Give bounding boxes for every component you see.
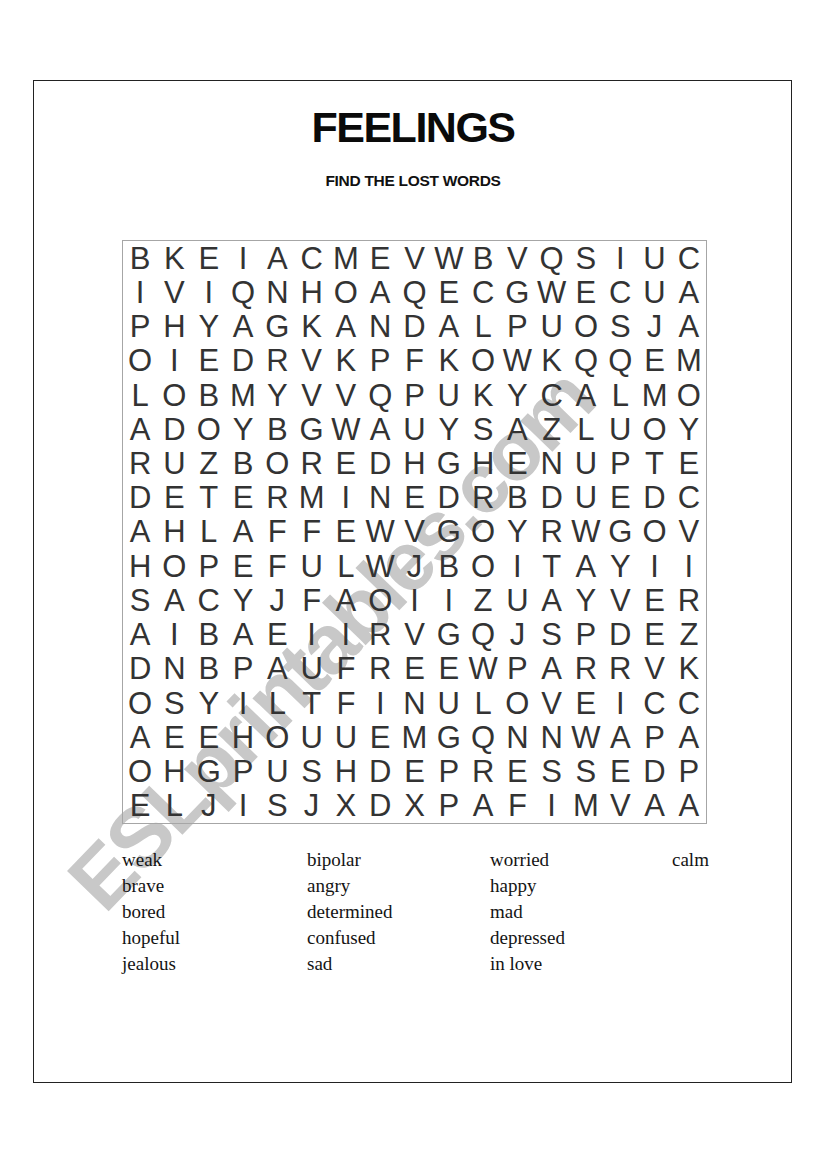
- grid-cell-r3c8: N: [363, 309, 397, 343]
- word-item-sad: sad: [307, 951, 392, 977]
- grid-cell-r16c1: O: [123, 755, 157, 789]
- grid-cell-r8c17: C: [672, 481, 706, 515]
- grid-cell-r10c11: O: [466, 549, 500, 583]
- grid-cell-r2c11: C: [466, 275, 500, 309]
- grid-cell-r15c16: P: [637, 720, 671, 754]
- grid-cell-r14c8: I: [363, 686, 397, 720]
- grid-cell-r17c5: S: [260, 789, 294, 823]
- grid-cell-r12c2: I: [157, 618, 191, 652]
- grid-cell-r17c10: P: [432, 789, 466, 823]
- grid-cell-r13c13: A: [535, 652, 569, 686]
- grid-cell-r16c4: P: [226, 755, 260, 789]
- grid-cell-r1c11: B: [466, 241, 500, 275]
- word-item-happy: happy: [490, 873, 565, 899]
- grid-cell-r17c2: L: [157, 789, 191, 823]
- grid-cell-r3c9: D: [397, 309, 431, 343]
- grid-cell-r4c12: W: [500, 344, 534, 378]
- word-item-bipolar: bipolar: [307, 847, 392, 873]
- word-item-confused: confused: [307, 925, 392, 951]
- grid-cell-r4c15: Q: [603, 344, 637, 378]
- grid-cell-r5c10: U: [432, 378, 466, 412]
- grid-cell-r5c17: O: [672, 378, 706, 412]
- grid-cell-r14c13: V: [535, 686, 569, 720]
- grid-cell-r3c7: A: [329, 309, 363, 343]
- grid-cell-r15c1: A: [123, 720, 157, 754]
- grid-cell-r9c10: G: [432, 515, 466, 549]
- grid-cell-r3c12: P: [500, 309, 534, 343]
- word-list-column-4: calm: [672, 847, 709, 873]
- grid-cell-r6c12: A: [500, 412, 534, 446]
- grid-cell-r6c13: Z: [535, 412, 569, 446]
- grid-cell-r3c4: A: [226, 309, 260, 343]
- grid-cell-r12c3: B: [192, 618, 226, 652]
- grid-cell-r9c16: O: [637, 515, 671, 549]
- grid-cell-r7c7: E: [329, 446, 363, 480]
- grid-cell-r6c3: O: [192, 412, 226, 446]
- grid-cell-r2c14: E: [569, 275, 603, 309]
- grid-cell-r9c15: G: [603, 515, 637, 549]
- grid-cell-r17c6: J: [294, 789, 328, 823]
- grid-cell-r2c8: A: [363, 275, 397, 309]
- grid-cell-r13c10: E: [432, 652, 466, 686]
- grid-cell-r11c14: Y: [569, 583, 603, 617]
- grid-cell-r10c4: E: [226, 549, 260, 583]
- grid-cell-r14c12: O: [500, 686, 534, 720]
- grid-cell-r9c9: V: [397, 515, 431, 549]
- grid-cell-r12c8: R: [363, 618, 397, 652]
- grid-cell-r17c1: E: [123, 789, 157, 823]
- grid-cell-r4c4: D: [226, 344, 260, 378]
- grid-cell-r10c13: T: [535, 549, 569, 583]
- grid-cell-r1c5: A: [260, 241, 294, 275]
- word-item-calm: calm: [672, 847, 709, 873]
- grid-cell-r3c17: A: [672, 309, 706, 343]
- grid-cell-r12c5: E: [260, 618, 294, 652]
- grid-cell-r2c4: Q: [226, 275, 260, 309]
- grid-cell-r17c8: D: [363, 789, 397, 823]
- puzzle-title: FEELINGS: [0, 103, 826, 152]
- grid-cell-r1c6: C: [294, 241, 328, 275]
- grid-cell-r6c15: U: [603, 412, 637, 446]
- grid-cell-r10c14: A: [569, 549, 603, 583]
- grid-cell-r14c2: S: [157, 686, 191, 720]
- grid-cell-r9c5: F: [260, 515, 294, 549]
- grid-cell-r5c6: V: [294, 378, 328, 412]
- grid-cell-r4c13: K: [535, 344, 569, 378]
- grid-cell-r7c1: R: [123, 446, 157, 480]
- grid-cell-r16c2: H: [157, 755, 191, 789]
- grid-cell-r17c14: M: [569, 789, 603, 823]
- grid-cell-r12c6: I: [294, 618, 328, 652]
- grid-cell-r7c5: O: [260, 446, 294, 480]
- grid-cell-r2c5: N: [260, 275, 294, 309]
- grid-cell-r9c13: R: [535, 515, 569, 549]
- grid-cell-r11c16: E: [637, 583, 671, 617]
- grid-cell-r12c10: G: [432, 618, 466, 652]
- grid-cell-r8c12: B: [500, 481, 534, 515]
- grid-cell-r6c4: Y: [226, 412, 260, 446]
- grid-cell-r5c15: L: [603, 378, 637, 412]
- grid-cell-r11c11: Z: [466, 583, 500, 617]
- grid-cell-r15c13: N: [535, 720, 569, 754]
- grid-cell-r13c5: A: [260, 652, 294, 686]
- grid-cell-r11c17: R: [672, 583, 706, 617]
- grid-cell-r6c5: B: [260, 412, 294, 446]
- grid-cell-r15c14: W: [569, 720, 603, 754]
- grid-cell-r3c1: P: [123, 309, 157, 343]
- grid-cell-r16c7: H: [329, 755, 363, 789]
- grid-cell-r9c7: E: [329, 515, 363, 549]
- grid-cell-r4c8: P: [363, 344, 397, 378]
- grid-cell-r4c9: F: [397, 344, 431, 378]
- grid-cell-r10c9: J: [397, 549, 431, 583]
- grid-cell-r3c5: G: [260, 309, 294, 343]
- grid-cell-r13c15: R: [603, 652, 637, 686]
- grid-cell-r4c7: K: [329, 344, 363, 378]
- grid-cell-r11c8: O: [363, 583, 397, 617]
- grid-cell-r1c3: E: [192, 241, 226, 275]
- grid-cell-r5c4: M: [226, 378, 260, 412]
- grid-cell-r13c3: B: [192, 652, 226, 686]
- grid-cell-r5c3: B: [192, 378, 226, 412]
- grid-cell-r7c17: E: [672, 446, 706, 480]
- grid-cell-r10c7: L: [329, 549, 363, 583]
- grid-cell-r4c17: M: [672, 344, 706, 378]
- grid-cell-r16c3: G: [192, 755, 226, 789]
- grid-cell-r1c14: S: [569, 241, 603, 275]
- grid-cell-r14c10: U: [432, 686, 466, 720]
- grid-cell-r10c17: I: [672, 549, 706, 583]
- grid-cell-r16c17: P: [672, 755, 706, 789]
- grid-cell-r16c16: D: [637, 755, 671, 789]
- grid-cell-r4c14: Q: [569, 344, 603, 378]
- grid-cell-r17c4: I: [226, 789, 260, 823]
- grid-cell-r17c11: A: [466, 789, 500, 823]
- grid-cell-r7c15: P: [603, 446, 637, 480]
- grid-cell-r2c15: C: [603, 275, 637, 309]
- grid-cell-r17c3: J: [192, 789, 226, 823]
- grid-cell-r2c9: Q: [397, 275, 431, 309]
- grid-cell-r8c3: T: [192, 481, 226, 515]
- grid-cell-r11c1: S: [123, 583, 157, 617]
- grid-cell-r13c2: N: [157, 652, 191, 686]
- grid-cell-r13c12: P: [500, 652, 534, 686]
- grid-cell-r13c8: R: [363, 652, 397, 686]
- grid-cell-r6c10: Y: [432, 412, 466, 446]
- grid-cell-r10c1: H: [123, 549, 157, 583]
- grid-cell-r8c5: R: [260, 481, 294, 515]
- worksheet-page: FEELINGS FIND THE LOST WORDS ESLprintabl…: [0, 0, 826, 1169]
- grid-cell-r3c2: H: [157, 309, 191, 343]
- grid-cell-r6c16: O: [637, 412, 671, 446]
- grid-cell-r15c3: E: [192, 720, 226, 754]
- grid-cell-r3c14: O: [569, 309, 603, 343]
- grid-cell-r13c7: F: [329, 652, 363, 686]
- grid-cell-r10c6: U: [294, 549, 328, 583]
- grid-cell-r7c11: H: [466, 446, 500, 480]
- grid-cell-r10c2: O: [157, 549, 191, 583]
- grid-cell-r13c14: R: [569, 652, 603, 686]
- grid-cell-r16c10: P: [432, 755, 466, 789]
- grid-cell-r8c4: E: [226, 481, 260, 515]
- grid-cell-r9c4: A: [226, 515, 260, 549]
- grid-cell-r2c3: I: [192, 275, 226, 309]
- grid-cell-r7c4: B: [226, 446, 260, 480]
- grid-cell-r15c2: E: [157, 720, 191, 754]
- grid-cell-r14c3: Y: [192, 686, 226, 720]
- grid-cell-r6c11: S: [466, 412, 500, 446]
- grid-cell-r16c15: E: [603, 755, 637, 789]
- grid-cell-r10c8: W: [363, 549, 397, 583]
- grid-cell-r13c11: W: [466, 652, 500, 686]
- grid-cell-r2c2: V: [157, 275, 191, 309]
- grid-cell-r7c6: R: [294, 446, 328, 480]
- grid-cell-r8c1: D: [123, 481, 157, 515]
- grid-cell-r9c2: H: [157, 515, 191, 549]
- grid-cell-r4c1: O: [123, 344, 157, 378]
- grid-cell-r3c10: A: [432, 309, 466, 343]
- grid-cell-r6c7: W: [329, 412, 363, 446]
- grid-cell-r11c9: I: [397, 583, 431, 617]
- word-item-jealous: jealous: [122, 951, 180, 977]
- grid-cell-r7c8: D: [363, 446, 397, 480]
- grid-cell-r12c11: Q: [466, 618, 500, 652]
- grid-cell-r1c15: I: [603, 241, 637, 275]
- grid-cell-r12c7: I: [329, 618, 363, 652]
- grid-cell-r1c13: Q: [535, 241, 569, 275]
- grid-cell-r8c6: M: [294, 481, 328, 515]
- grid-cell-r5c12: Y: [500, 378, 534, 412]
- grid-cell-r12c1: A: [123, 618, 157, 652]
- grid-cell-r10c16: I: [637, 549, 671, 583]
- grid-cell-r10c10: B: [432, 549, 466, 583]
- grid-cell-r9c12: Y: [500, 515, 534, 549]
- grid-cell-r12c9: V: [397, 618, 431, 652]
- grid-cell-r8c8: N: [363, 481, 397, 515]
- grid-cell-r12c14: P: [569, 618, 603, 652]
- grid-cell-r2c12: G: [500, 275, 534, 309]
- grid-cell-r14c6: T: [294, 686, 328, 720]
- grid-cell-r7c9: H: [397, 446, 431, 480]
- grid-cell-r11c4: Y: [226, 583, 260, 617]
- grid-cell-r17c15: V: [603, 789, 637, 823]
- grid-cell-r13c9: E: [397, 652, 431, 686]
- word-item-mad: mad: [490, 899, 565, 925]
- grid-cell-r3c13: U: [535, 309, 569, 343]
- grid-cell-r11c5: J: [260, 583, 294, 617]
- grid-cell-r6c2: D: [157, 412, 191, 446]
- grid-cell-r8c16: D: [637, 481, 671, 515]
- grid-cell-r6c1: A: [123, 412, 157, 446]
- grid-cell-r5c13: C: [535, 378, 569, 412]
- grid-cell-r13c6: U: [294, 652, 328, 686]
- grid-cell-r16c14: S: [569, 755, 603, 789]
- grid-cell-r14c1: O: [123, 686, 157, 720]
- grid-cell-r16c13: S: [535, 755, 569, 789]
- word-item-bored: bored: [122, 899, 180, 925]
- grid-cell-r8c13: D: [535, 481, 569, 515]
- grid-cell-r16c11: R: [466, 755, 500, 789]
- grid-cell-r5c5: Y: [260, 378, 294, 412]
- grid-cell-r2c10: E: [432, 275, 466, 309]
- grid-cell-r11c6: F: [294, 583, 328, 617]
- word-item-worried: worried: [490, 847, 565, 873]
- grid-cell-r15c10: G: [432, 720, 466, 754]
- grid-cell-r9c8: W: [363, 515, 397, 549]
- grid-cell-r16c8: D: [363, 755, 397, 789]
- word-list-column-3: worriedhappymaddepressedin love: [490, 847, 565, 977]
- grid-cell-r7c2: U: [157, 446, 191, 480]
- grid-cell-r16c12: E: [500, 755, 534, 789]
- grid-cell-r4c6: V: [294, 344, 328, 378]
- grid-cell-r1c17: C: [672, 241, 706, 275]
- word-item-determined: determined: [307, 899, 392, 925]
- grid-cell-r1c4: I: [226, 241, 260, 275]
- grid-cell-r16c9: E: [397, 755, 431, 789]
- grid-cell-r1c8: E: [363, 241, 397, 275]
- grid-cell-r11c2: A: [157, 583, 191, 617]
- grid-cell-r14c16: C: [637, 686, 671, 720]
- grid-cell-r14c4: I: [226, 686, 260, 720]
- grid-cell-r8c10: D: [432, 481, 466, 515]
- grid-cell-r3c11: L: [466, 309, 500, 343]
- word-search-grid: BKEIACMEVWBVQSIUCIVIQNHOAQECGWECUAPHYAGK…: [122, 240, 707, 824]
- grid-cell-r15c8: E: [363, 720, 397, 754]
- grid-cell-r15c15: A: [603, 720, 637, 754]
- grid-cell-r7c16: T: [637, 446, 671, 480]
- grid-cell-r16c5: U: [260, 755, 294, 789]
- grid-cell-r11c10: I: [432, 583, 466, 617]
- grid-cell-r14c14: E: [569, 686, 603, 720]
- grid-cell-r2c7: O: [329, 275, 363, 309]
- grid-cell-r13c4: P: [226, 652, 260, 686]
- grid-cell-r1c1: B: [123, 241, 157, 275]
- grid-cell-r5c2: O: [157, 378, 191, 412]
- grid-cell-r1c7: M: [329, 241, 363, 275]
- grid-cell-r6c8: A: [363, 412, 397, 446]
- grid-cell-r15c12: N: [500, 720, 534, 754]
- grid-cell-r7c13: N: [535, 446, 569, 480]
- grid-cell-r12c17: Z: [672, 618, 706, 652]
- grid-cell-r4c16: E: [637, 344, 671, 378]
- grid-cell-r12c4: A: [226, 618, 260, 652]
- grid-cell-r6c14: L: [569, 412, 603, 446]
- grid-cell-r4c10: K: [432, 344, 466, 378]
- grid-cell-r9c17: V: [672, 515, 706, 549]
- grid-cell-r17c7: X: [329, 789, 363, 823]
- grid-cell-r11c13: A: [535, 583, 569, 617]
- grid-cell-r10c3: P: [192, 549, 226, 583]
- grid-cell-r5c11: K: [466, 378, 500, 412]
- word-item-hopeful: hopeful: [122, 925, 180, 951]
- grid-cell-r13c1: D: [123, 652, 157, 686]
- grid-cell-r12c15: D: [603, 618, 637, 652]
- grid-cell-r1c9: V: [397, 241, 431, 275]
- grid-cell-r1c16: U: [637, 241, 671, 275]
- grid-cell-r11c3: C: [192, 583, 226, 617]
- grid-cell-r5c14: A: [569, 378, 603, 412]
- word-item-in-love: in love: [490, 951, 565, 977]
- grid-cell-r9c11: O: [466, 515, 500, 549]
- grid-cell-r15c17: A: [672, 720, 706, 754]
- grid-cell-r11c7: A: [329, 583, 363, 617]
- grid-cell-r3c15: S: [603, 309, 637, 343]
- word-list-column-2: bipolarangrydeterminedconfusedsad: [307, 847, 392, 977]
- word-list-column-1: weakbraveboredhopefuljealous: [122, 847, 180, 977]
- grid-cell-r14c7: F: [329, 686, 363, 720]
- grid-cell-r17c16: A: [637, 789, 671, 823]
- grid-cell-r5c16: M: [637, 378, 671, 412]
- grid-cell-r8c11: R: [466, 481, 500, 515]
- grid-cell-r1c2: K: [157, 241, 191, 275]
- grid-cell-r4c11: O: [466, 344, 500, 378]
- grid-cell-r8c2: E: [157, 481, 191, 515]
- grid-cell-r2c1: I: [123, 275, 157, 309]
- grid-cell-r16c6: S: [294, 755, 328, 789]
- grid-cell-r5c7: V: [329, 378, 363, 412]
- grid-cell-r4c2: I: [157, 344, 191, 378]
- grid-cell-r1c12: V: [500, 241, 534, 275]
- grid-cell-r8c14: U: [569, 481, 603, 515]
- grid-cell-r1c10: W: [432, 241, 466, 275]
- grid-cell-r11c15: V: [603, 583, 637, 617]
- grid-cell-r5c1: L: [123, 378, 157, 412]
- grid-cell-r14c11: L: [466, 686, 500, 720]
- grid-cell-r14c5: L: [260, 686, 294, 720]
- grid-cell-r4c5: R: [260, 344, 294, 378]
- grid-cell-r10c12: I: [500, 549, 534, 583]
- grid-cell-r5c9: P: [397, 378, 431, 412]
- grid-cell-r15c4: H: [226, 720, 260, 754]
- grid-cell-r14c15: I: [603, 686, 637, 720]
- grid-cell-r13c16: V: [637, 652, 671, 686]
- grid-cell-r9c3: L: [192, 515, 226, 549]
- grid-cell-r12c12: J: [500, 618, 534, 652]
- grid-cell-r8c7: I: [329, 481, 363, 515]
- grid-cell-r9c14: W: [569, 515, 603, 549]
- grid-cell-r10c15: Y: [603, 549, 637, 583]
- grid-cell-r17c12: F: [500, 789, 534, 823]
- word-item-weak: weak: [122, 847, 180, 873]
- grid-cell-r15c7: U: [329, 720, 363, 754]
- word-item-angry: angry: [307, 873, 392, 899]
- grid-cell-r11c12: U: [500, 583, 534, 617]
- grid-cell-r3c6: K: [294, 309, 328, 343]
- grid-cell-r12c13: S: [535, 618, 569, 652]
- grid-cell-r3c16: J: [637, 309, 671, 343]
- grid-cell-r6c17: Y: [672, 412, 706, 446]
- grid-cell-r2c16: U: [637, 275, 671, 309]
- grid-cell-r17c9: X: [397, 789, 431, 823]
- grid-cell-r10c5: F: [260, 549, 294, 583]
- grid-cell-r6c6: G: [294, 412, 328, 446]
- grid-cell-r14c17: C: [672, 686, 706, 720]
- grid-cell-r7c12: E: [500, 446, 534, 480]
- grid-cell-r15c6: U: [294, 720, 328, 754]
- grid-cell-r15c11: Q: [466, 720, 500, 754]
- grid-cell-r9c6: F: [294, 515, 328, 549]
- grid-cell-r9c1: A: [123, 515, 157, 549]
- grid-cell-r15c9: M: [397, 720, 431, 754]
- grid-cell-r5c8: Q: [363, 378, 397, 412]
- puzzle-subtitle: FIND THE LOST WORDS: [0, 172, 826, 190]
- grid-cell-r14c9: N: [397, 686, 431, 720]
- grid-cell-r2c6: H: [294, 275, 328, 309]
- grid-cell-r4c3: E: [192, 344, 226, 378]
- word-item-depressed: depressed: [490, 925, 565, 951]
- grid-cell-r13c17: K: [672, 652, 706, 686]
- grid-cell-r2c13: W: [535, 275, 569, 309]
